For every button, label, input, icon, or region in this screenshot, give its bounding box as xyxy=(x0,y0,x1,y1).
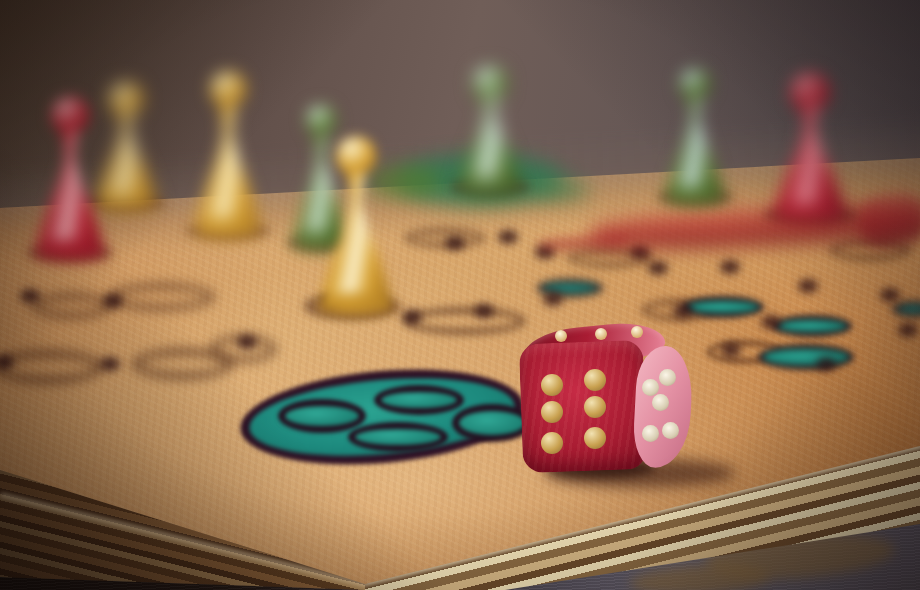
vignette-overlay xyxy=(0,0,920,590)
photo-canvas xyxy=(0,0,920,590)
